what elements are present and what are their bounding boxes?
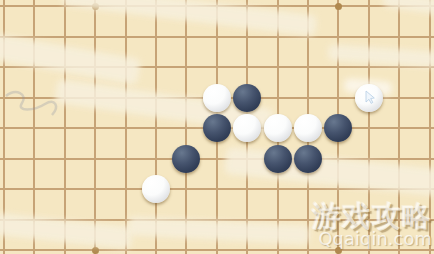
- black-stone: [203, 114, 231, 142]
- black-stone: [324, 114, 352, 142]
- watermark-site: Qqaiqin.com: [312, 230, 432, 249]
- watermark-title: 游戏攻略: [312, 201, 432, 231]
- white-stone: [294, 114, 322, 142]
- watermark: 游戏攻略 Qqaiqin.com: [312, 201, 432, 249]
- white-stone: [355, 84, 383, 112]
- white-stone: [142, 175, 170, 203]
- black-stone: [233, 84, 261, 112]
- white-stone: [264, 114, 292, 142]
- black-stone: [172, 145, 200, 173]
- white-stone: [203, 84, 231, 112]
- white-stone: [233, 114, 261, 142]
- black-stone: [294, 145, 322, 173]
- gomoku-board[interactable]: 游戏攻略 Qqaiqin.com: [0, 0, 434, 254]
- black-stone: [264, 145, 292, 173]
- cursor-icon: [363, 90, 377, 105]
